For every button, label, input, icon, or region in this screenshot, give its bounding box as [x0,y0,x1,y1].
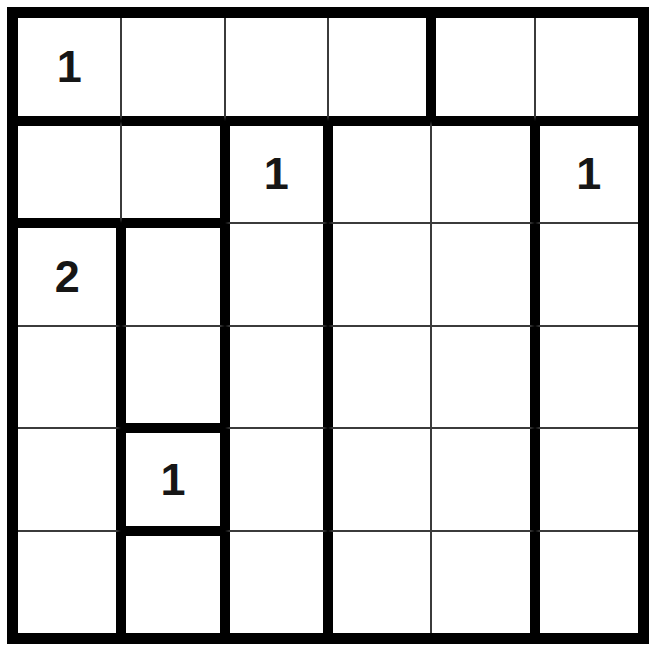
cell-r3c5-region-E[interactable] [431,223,534,326]
clue-value: 1 [160,457,185,502]
cell-r2c1-region-C[interactable] [18,121,121,224]
cell-r2c3-region-D[interactable]: 1 [225,121,328,224]
cell-r4c1-region-G[interactable] [18,326,121,429]
cell-r1c6-region-B[interactable] [535,18,638,121]
cell-r4c3-region-D[interactable] [225,326,328,429]
cell-r6c5-region-E[interactable] [431,531,534,634]
clue-value: 2 [55,254,80,299]
cell-r5c3-region-D[interactable] [225,428,328,531]
cell-r4c4-region-E[interactable] [328,326,431,429]
cell-r6c6-region-F[interactable] [535,531,638,634]
cell-r3c3-region-D[interactable] [225,223,328,326]
cell-r1c2-region-A[interactable] [121,18,224,121]
cell-r4c6-region-F[interactable] [535,326,638,429]
cell-r6c1-region-G[interactable] [18,531,121,634]
cell-r5c1-region-G[interactable] [18,428,121,531]
cell-r2c5-region-E[interactable] [431,121,534,224]
cell-r6c2-region-J[interactable] [121,531,224,634]
cell-r3c4-region-E[interactable] [328,223,431,326]
cell-r2c2-region-C[interactable] [121,121,224,224]
cell-r3c6-region-F[interactable] [535,223,638,326]
cell-r6c4-region-E[interactable] [328,531,431,634]
cell-r6c3-region-D[interactable] [225,531,328,634]
cell-r4c2-region-H[interactable] [121,326,224,429]
cell-r5c4-region-E[interactable] [328,428,431,531]
cell-r1c1-region-A[interactable]: 1 [18,18,121,121]
cell-r5c2-region-I[interactable]: 1 [121,428,224,531]
clue-value: 1 [57,44,82,89]
board: 11121 [7,7,649,644]
cell-r2c6-region-F[interactable]: 1 [535,121,638,224]
cell-r3c1-region-G[interactable]: 2 [18,223,121,326]
cell-r5c5-region-E[interactable] [431,428,534,531]
cell-r3c2-region-H[interactable] [121,223,224,326]
cell-r1c4-region-A[interactable] [328,18,431,121]
cell-r4c5-region-E[interactable] [431,326,534,429]
cell-r2c4-region-E[interactable] [328,121,431,224]
puzzle-page: 11121 [0,0,656,651]
clue-value: 1 [576,151,601,196]
clue-value: 1 [264,151,289,196]
cell-r1c3-region-A[interactable] [225,18,328,121]
cell-r1c5-region-B[interactable] [431,18,534,121]
cell-r5c6-region-F[interactable] [535,428,638,531]
